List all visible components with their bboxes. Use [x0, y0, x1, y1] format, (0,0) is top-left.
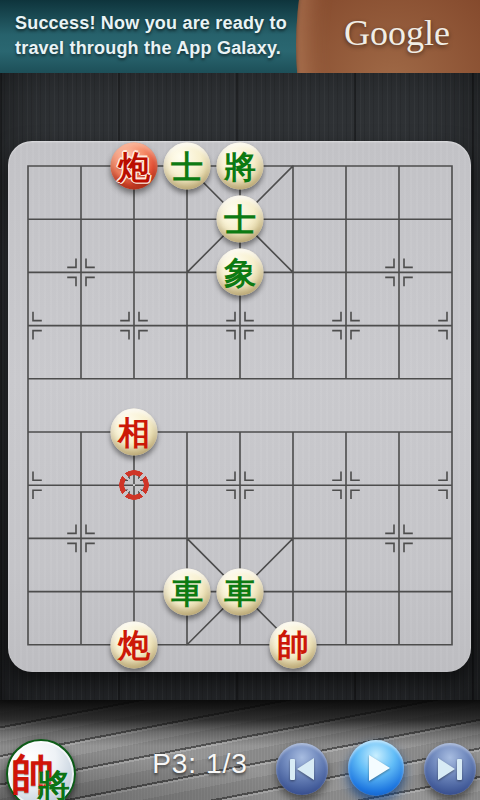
jump-to-start-button[interactable]: [276, 743, 328, 795]
puzzle-progress-label: P3: 1/3: [0, 748, 400, 780]
piece-green-elephant[interactable]: 象: [217, 249, 264, 296]
play-button[interactable]: [348, 740, 404, 796]
piece-green-general[interactable]: 將: [217, 143, 264, 190]
ad-banner[interactable]: Success! Now you are ready to travel thr…: [0, 0, 480, 73]
last-move-origin-marker: [118, 469, 150, 501]
skip-to-end-icon: [438, 758, 462, 780]
piece-red-general[interactable]: 帥: [270, 621, 317, 668]
piece-red-elephant[interactable]: 相: [111, 409, 158, 456]
piece-green-advisor[interactable]: 士: [164, 143, 211, 190]
piece-green-chariot[interactable]: 車: [217, 568, 264, 615]
app-screen: Success! Now you are ready to travel thr…: [0, 0, 480, 800]
jump-to-end-button[interactable]: [424, 743, 476, 795]
bottom-bar: 帥 將 P3: 1/3: [0, 730, 480, 800]
piece-red-cannon[interactable]: 炮: [111, 621, 158, 668]
ad-line2: travel through the App Galaxy.: [15, 36, 287, 61]
play-icon: [363, 755, 390, 781]
google-logo: Google: [322, 12, 472, 54]
xiangqi-board[interactable]: 炮士將士象相車車炮帥: [8, 141, 471, 672]
ad-line1: Success! Now you are ready to: [15, 11, 287, 36]
piece-red-cannon[interactable]: 炮: [111, 143, 158, 190]
piece-green-chariot[interactable]: 車: [164, 568, 211, 615]
piece-green-advisor[interactable]: 士: [217, 196, 264, 243]
skip-to-start-icon: [290, 758, 314, 780]
ad-text: Success! Now you are ready to travel thr…: [15, 11, 287, 61]
